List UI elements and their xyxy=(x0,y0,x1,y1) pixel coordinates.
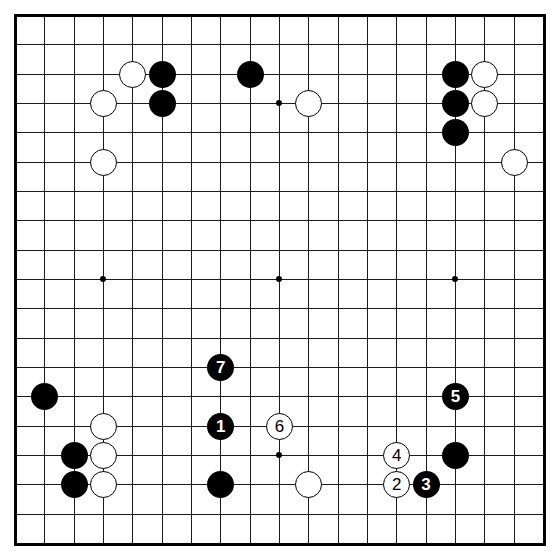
intersection xyxy=(89,147,118,176)
intersection xyxy=(118,294,147,323)
intersection xyxy=(470,411,499,440)
intersection xyxy=(441,89,470,118)
intersection xyxy=(265,265,294,294)
intersection xyxy=(30,353,59,382)
intersection xyxy=(60,382,89,411)
intersection xyxy=(265,441,294,470)
intersection xyxy=(60,1,89,30)
intersection xyxy=(323,1,352,30)
intersection xyxy=(30,441,59,470)
intersection xyxy=(470,499,499,528)
intersection xyxy=(382,323,411,352)
intersection xyxy=(382,60,411,89)
intersection xyxy=(1,60,30,89)
intersection: 3 xyxy=(411,470,440,499)
intersection xyxy=(118,323,147,352)
intersection xyxy=(411,89,440,118)
intersection xyxy=(118,235,147,264)
intersection xyxy=(323,382,352,411)
intersection xyxy=(206,235,235,264)
intersection xyxy=(89,441,118,470)
intersection xyxy=(441,470,470,499)
intersection xyxy=(206,89,235,118)
intersection xyxy=(294,30,323,59)
intersection xyxy=(206,265,235,294)
intersection xyxy=(382,206,411,235)
intersection xyxy=(118,499,147,528)
intersection xyxy=(177,206,206,235)
intersection xyxy=(1,1,30,30)
intersection xyxy=(294,235,323,264)
intersection xyxy=(265,177,294,206)
intersection xyxy=(529,353,558,382)
move-number-label: 5 xyxy=(451,388,460,405)
intersection xyxy=(499,529,528,558)
intersection xyxy=(441,147,470,176)
white-stone xyxy=(90,442,117,469)
intersection xyxy=(499,470,528,499)
intersection xyxy=(353,529,382,558)
intersection xyxy=(60,529,89,558)
intersection xyxy=(382,265,411,294)
intersection xyxy=(470,353,499,382)
white-stone xyxy=(90,149,117,176)
intersection xyxy=(206,206,235,235)
intersection xyxy=(147,323,176,352)
intersection xyxy=(499,89,528,118)
intersection xyxy=(323,177,352,206)
intersection xyxy=(294,89,323,118)
intersection xyxy=(529,177,558,206)
intersection xyxy=(411,294,440,323)
intersection xyxy=(499,235,528,264)
intersection xyxy=(411,353,440,382)
white-stone xyxy=(471,90,498,117)
intersection xyxy=(30,529,59,558)
intersection xyxy=(177,60,206,89)
intersection xyxy=(1,353,30,382)
white-stone xyxy=(90,471,117,498)
intersection xyxy=(206,470,235,499)
intersection xyxy=(499,499,528,528)
intersection xyxy=(118,265,147,294)
intersection xyxy=(177,411,206,440)
intersection xyxy=(411,499,440,528)
intersection xyxy=(353,118,382,147)
intersection xyxy=(323,30,352,59)
intersection xyxy=(30,294,59,323)
intersection xyxy=(382,177,411,206)
intersection xyxy=(353,30,382,59)
move-7-stone: 7 xyxy=(207,354,234,381)
intersection xyxy=(470,1,499,30)
intersection xyxy=(177,89,206,118)
intersection xyxy=(1,529,30,558)
intersection xyxy=(118,382,147,411)
intersection xyxy=(30,147,59,176)
intersection xyxy=(1,235,30,264)
intersection xyxy=(206,499,235,528)
intersection xyxy=(529,294,558,323)
intersection xyxy=(382,294,411,323)
intersection xyxy=(382,235,411,264)
intersection xyxy=(499,265,528,294)
intersection xyxy=(60,177,89,206)
intersection xyxy=(177,235,206,264)
intersection xyxy=(147,60,176,89)
intersection xyxy=(470,382,499,411)
intersection xyxy=(353,60,382,89)
intersection xyxy=(118,147,147,176)
star-point xyxy=(276,100,282,106)
intersection xyxy=(353,382,382,411)
intersection xyxy=(441,1,470,30)
intersection xyxy=(89,470,118,499)
intersection xyxy=(382,30,411,59)
intersection xyxy=(235,1,264,30)
intersection xyxy=(353,499,382,528)
intersection xyxy=(118,411,147,440)
intersection xyxy=(529,1,558,30)
intersection xyxy=(265,529,294,558)
intersection xyxy=(235,89,264,118)
intersection xyxy=(235,60,264,89)
intersection xyxy=(323,529,352,558)
intersection xyxy=(235,177,264,206)
intersection xyxy=(441,294,470,323)
intersection xyxy=(411,206,440,235)
intersection xyxy=(499,294,528,323)
intersection xyxy=(60,499,89,528)
intersection xyxy=(529,499,558,528)
intersection xyxy=(177,353,206,382)
intersection xyxy=(499,60,528,89)
intersection xyxy=(1,265,30,294)
intersection xyxy=(89,118,118,147)
move-number-label: 2 xyxy=(392,476,401,493)
intersection xyxy=(147,147,176,176)
intersection xyxy=(294,441,323,470)
intersection xyxy=(323,235,352,264)
intersection xyxy=(118,1,147,30)
intersection xyxy=(411,529,440,558)
intersection xyxy=(353,89,382,118)
intersection xyxy=(382,89,411,118)
intersection xyxy=(265,206,294,235)
intersection xyxy=(206,177,235,206)
intersection xyxy=(1,89,30,118)
intersection xyxy=(235,499,264,528)
intersection xyxy=(147,30,176,59)
intersection xyxy=(177,382,206,411)
white-stone xyxy=(119,61,146,88)
intersection xyxy=(206,30,235,59)
intersection xyxy=(382,1,411,30)
intersection xyxy=(177,147,206,176)
intersection xyxy=(177,294,206,323)
intersection xyxy=(89,323,118,352)
intersection xyxy=(147,294,176,323)
intersection xyxy=(60,147,89,176)
intersection xyxy=(529,441,558,470)
move-3-stone: 3 xyxy=(413,471,440,498)
intersection xyxy=(265,89,294,118)
intersection xyxy=(441,30,470,59)
move-number-label: 3 xyxy=(421,476,430,493)
intersection xyxy=(118,89,147,118)
intersection xyxy=(1,118,30,147)
intersection xyxy=(206,441,235,470)
intersection xyxy=(30,470,59,499)
intersection xyxy=(1,294,30,323)
intersection xyxy=(147,235,176,264)
star-point xyxy=(276,452,282,458)
intersection xyxy=(147,1,176,30)
intersection xyxy=(118,177,147,206)
intersection xyxy=(323,89,352,118)
intersection xyxy=(265,323,294,352)
white-stone xyxy=(295,90,322,117)
intersection xyxy=(235,147,264,176)
intersection xyxy=(323,265,352,294)
intersection xyxy=(177,441,206,470)
intersection xyxy=(411,177,440,206)
intersection xyxy=(499,206,528,235)
move-number-label: 6 xyxy=(275,418,284,435)
intersection xyxy=(177,265,206,294)
intersection xyxy=(382,382,411,411)
intersection xyxy=(294,529,323,558)
intersection xyxy=(411,382,440,411)
intersection xyxy=(206,147,235,176)
move-2-stone: 2 xyxy=(383,471,410,498)
intersection xyxy=(470,441,499,470)
intersection xyxy=(265,147,294,176)
intersection xyxy=(60,323,89,352)
intersection xyxy=(529,89,558,118)
intersection xyxy=(235,470,264,499)
intersection xyxy=(499,1,528,30)
go-diagram-canvas: 7516423 xyxy=(0,0,560,560)
intersection xyxy=(30,499,59,528)
intersection xyxy=(89,353,118,382)
intersection xyxy=(60,118,89,147)
intersection xyxy=(353,441,382,470)
intersection xyxy=(1,206,30,235)
intersection xyxy=(147,118,176,147)
intersection xyxy=(441,60,470,89)
go-board: 7516423 xyxy=(14,14,546,546)
intersection xyxy=(529,529,558,558)
star-point xyxy=(452,276,458,282)
intersection xyxy=(323,470,352,499)
intersection xyxy=(441,206,470,235)
intersection xyxy=(118,529,147,558)
intersection xyxy=(206,529,235,558)
intersection xyxy=(499,411,528,440)
intersection xyxy=(60,30,89,59)
intersection xyxy=(353,1,382,30)
intersection xyxy=(323,323,352,352)
intersection xyxy=(1,470,30,499)
intersection xyxy=(529,30,558,59)
intersection xyxy=(294,499,323,528)
intersection xyxy=(323,206,352,235)
intersection xyxy=(382,411,411,440)
black-stone xyxy=(149,90,176,117)
intersection xyxy=(235,265,264,294)
intersection xyxy=(323,499,352,528)
star-point xyxy=(100,276,106,282)
intersection xyxy=(89,206,118,235)
intersection xyxy=(147,441,176,470)
intersection xyxy=(147,89,176,118)
intersection xyxy=(30,206,59,235)
intersection xyxy=(499,382,528,411)
intersection xyxy=(1,177,30,206)
intersection xyxy=(30,60,59,89)
intersection xyxy=(147,382,176,411)
intersection xyxy=(323,147,352,176)
intersection xyxy=(118,470,147,499)
intersection xyxy=(353,323,382,352)
intersection xyxy=(1,499,30,528)
intersection xyxy=(529,118,558,147)
intersection xyxy=(235,30,264,59)
intersection xyxy=(30,235,59,264)
intersection xyxy=(147,353,176,382)
intersection xyxy=(294,1,323,30)
intersection: 2 xyxy=(382,470,411,499)
intersection xyxy=(382,353,411,382)
intersection xyxy=(353,147,382,176)
intersection xyxy=(294,353,323,382)
intersection xyxy=(470,294,499,323)
intersection xyxy=(441,441,470,470)
intersection xyxy=(294,294,323,323)
intersection xyxy=(499,177,528,206)
intersection xyxy=(235,294,264,323)
intersection xyxy=(294,470,323,499)
intersection xyxy=(470,60,499,89)
intersection xyxy=(353,353,382,382)
intersection xyxy=(177,470,206,499)
intersection xyxy=(353,470,382,499)
intersection xyxy=(60,411,89,440)
move-4-stone: 4 xyxy=(383,442,410,469)
intersection xyxy=(147,265,176,294)
intersection xyxy=(294,118,323,147)
intersection: 7 xyxy=(206,353,235,382)
black-stone xyxy=(31,383,58,410)
intersection xyxy=(499,30,528,59)
intersection xyxy=(441,235,470,264)
intersection xyxy=(441,323,470,352)
move-5-stone: 5 xyxy=(442,383,469,410)
intersection xyxy=(441,529,470,558)
intersection: 4 xyxy=(382,441,411,470)
intersection xyxy=(499,353,528,382)
intersection xyxy=(118,118,147,147)
intersection xyxy=(89,89,118,118)
intersection xyxy=(206,323,235,352)
intersection xyxy=(60,294,89,323)
intersection xyxy=(1,382,30,411)
intersection xyxy=(118,441,147,470)
move-number-label: 4 xyxy=(392,447,401,464)
intersection xyxy=(265,353,294,382)
intersection xyxy=(89,60,118,89)
intersection xyxy=(353,235,382,264)
intersection xyxy=(30,382,59,411)
intersection xyxy=(470,323,499,352)
intersection xyxy=(470,89,499,118)
board-grid: 7516423 xyxy=(1,1,558,558)
intersection xyxy=(353,206,382,235)
intersection xyxy=(89,382,118,411)
intersection xyxy=(265,235,294,264)
black-stone xyxy=(61,471,88,498)
intersection xyxy=(177,30,206,59)
intersection xyxy=(30,30,59,59)
intersection xyxy=(147,499,176,528)
intersection xyxy=(177,177,206,206)
white-stone xyxy=(501,149,528,176)
intersection xyxy=(265,294,294,323)
intersection xyxy=(265,470,294,499)
star-point xyxy=(276,276,282,282)
intersection xyxy=(30,265,59,294)
intersection xyxy=(235,382,264,411)
move-6-stone: 6 xyxy=(266,413,293,440)
intersection xyxy=(147,177,176,206)
intersection xyxy=(1,30,30,59)
intersection xyxy=(206,382,235,411)
intersection xyxy=(441,265,470,294)
intersection xyxy=(499,441,528,470)
intersection xyxy=(411,118,440,147)
intersection xyxy=(235,529,264,558)
intersection: 5 xyxy=(441,382,470,411)
intersection xyxy=(294,206,323,235)
white-stone xyxy=(471,61,498,88)
intersection xyxy=(147,470,176,499)
intersection xyxy=(382,529,411,558)
intersection xyxy=(89,235,118,264)
move-1-stone: 1 xyxy=(207,413,234,440)
intersection xyxy=(235,441,264,470)
intersection xyxy=(323,294,352,323)
intersection xyxy=(235,323,264,352)
intersection xyxy=(411,265,440,294)
intersection xyxy=(235,353,264,382)
intersection xyxy=(353,294,382,323)
intersection xyxy=(294,60,323,89)
white-stone xyxy=(295,471,322,498)
intersection: 6 xyxy=(265,411,294,440)
intersection xyxy=(206,294,235,323)
intersection xyxy=(411,147,440,176)
intersection xyxy=(353,177,382,206)
intersection xyxy=(118,60,147,89)
intersection xyxy=(441,499,470,528)
intersection xyxy=(177,529,206,558)
intersection xyxy=(60,235,89,264)
intersection xyxy=(470,118,499,147)
black-stone xyxy=(442,119,469,146)
intersection xyxy=(411,1,440,30)
intersection xyxy=(30,1,59,30)
